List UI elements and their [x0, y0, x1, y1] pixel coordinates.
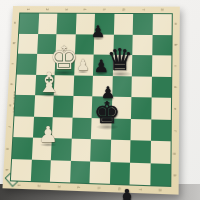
black-pawn-off-board[interactable]: ♟	[115, 186, 138, 200]
black-pawn-b5[interactable]: ♟	[91, 24, 105, 40]
black-queen-c6[interactable]: ♛	[107, 45, 134, 75]
white-bishop-d2[interactable]: ♝	[37, 69, 61, 96]
photo-background: 12345678 12345678 abcdefgh abcdefgh US C…	[0, 0, 200, 200]
white-pawn-g2[interactable]: ♟	[38, 124, 58, 146]
black-pawn-c5[interactable]: ♟	[93, 58, 108, 75]
white-pawn-c4[interactable]: ♟	[76, 58, 89, 73]
black-king-f5[interactable]: ♚	[94, 98, 121, 128]
pieces-layer: ♟♛♟♟♚♚♟♝♟♟	[0, 0, 200, 200]
